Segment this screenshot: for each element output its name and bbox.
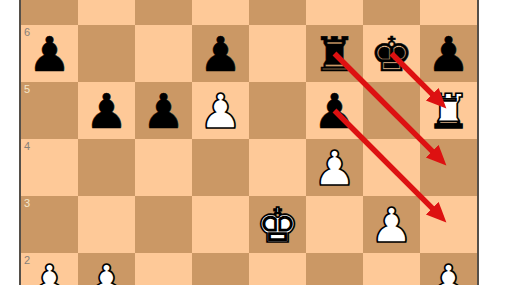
square-b2[interactable]: ♟ xyxy=(78,253,135,285)
square-c7[interactable] xyxy=(135,0,192,25)
square-g6[interactable]: ♚ xyxy=(363,25,420,82)
black-pawn[interactable]: ♟ xyxy=(78,82,135,139)
square-c3[interactable] xyxy=(135,196,192,253)
chess-board: 6♟♟♜♚♟5♟♟♟♟♜4♟3♚♟2♟♟♟ xyxy=(19,0,479,285)
rank-label-5: 5 xyxy=(24,83,30,95)
square-h2[interactable]: ♟ xyxy=(420,253,477,285)
square-a6[interactable]: 6♟ xyxy=(21,25,78,82)
board-grid: 6♟♟♜♚♟5♟♟♟♟♜4♟3♚♟2♟♟♟ xyxy=(21,0,477,285)
square-f6[interactable]: ♜ xyxy=(306,25,363,82)
square-a4[interactable]: 4 xyxy=(21,139,78,196)
square-b4[interactable] xyxy=(78,139,135,196)
square-e6[interactable] xyxy=(249,25,306,82)
square-g3[interactable]: ♟ xyxy=(363,196,420,253)
white-pawn[interactable]: ♟ xyxy=(306,139,363,196)
white-pawn[interactable]: ♟ xyxy=(192,82,249,139)
square-g7[interactable] xyxy=(363,0,420,25)
square-f7[interactable] xyxy=(306,0,363,25)
square-e2[interactable] xyxy=(249,253,306,285)
square-c4[interactable] xyxy=(135,139,192,196)
square-d3[interactable] xyxy=(192,196,249,253)
square-g4[interactable] xyxy=(363,139,420,196)
black-pawn[interactable]: ♟ xyxy=(306,82,363,139)
white-rook[interactable]: ♜ xyxy=(420,82,477,139)
square-h5[interactable]: ♜ xyxy=(420,82,477,139)
square-b5[interactable]: ♟ xyxy=(78,82,135,139)
square-f5[interactable]: ♟ xyxy=(306,82,363,139)
square-d4[interactable] xyxy=(192,139,249,196)
square-c5[interactable]: ♟ xyxy=(135,82,192,139)
square-h7[interactable] xyxy=(420,0,477,25)
square-d6[interactable]: ♟ xyxy=(192,25,249,82)
black-pawn[interactable]: ♟ xyxy=(420,25,477,82)
square-c6[interactable] xyxy=(135,25,192,82)
square-g2[interactable] xyxy=(363,253,420,285)
square-h4[interactable] xyxy=(420,139,477,196)
square-f3[interactable] xyxy=(306,196,363,253)
white-pawn[interactable]: ♟ xyxy=(363,196,420,253)
square-d2[interactable] xyxy=(192,253,249,285)
white-pawn[interactable]: ♟ xyxy=(21,253,78,285)
white-king[interactable]: ♚ xyxy=(249,196,306,253)
rank-label-3: 3 xyxy=(24,197,30,209)
square-e3[interactable]: ♚ xyxy=(249,196,306,253)
square-f2[interactable] xyxy=(306,253,363,285)
black-pawn[interactable]: ♟ xyxy=(192,25,249,82)
page-background: 6♟♟♜♚♟5♟♟♟♟♜4♟3♚♟2♟♟♟ xyxy=(0,0,506,285)
square-b3[interactable] xyxy=(78,196,135,253)
square-b6[interactable] xyxy=(78,25,135,82)
square-a2[interactable]: 2♟ xyxy=(21,253,78,285)
white-pawn[interactable]: ♟ xyxy=(420,253,477,285)
square-e5[interactable] xyxy=(249,82,306,139)
square-h6[interactable]: ♟ xyxy=(420,25,477,82)
white-pawn[interactable]: ♟ xyxy=(78,253,135,285)
square-a3[interactable]: 3 xyxy=(21,196,78,253)
rank-label-4: 4 xyxy=(24,140,30,152)
square-f4[interactable]: ♟ xyxy=(306,139,363,196)
square-a7[interactable] xyxy=(21,0,78,25)
square-a5[interactable]: 5 xyxy=(21,82,78,139)
square-d5[interactable]: ♟ xyxy=(192,82,249,139)
black-rook[interactable]: ♜ xyxy=(306,25,363,82)
square-c2[interactable] xyxy=(135,253,192,285)
square-d7[interactable] xyxy=(192,0,249,25)
black-king[interactable]: ♚ xyxy=(363,25,420,82)
square-g5[interactable] xyxy=(363,82,420,139)
black-pawn[interactable]: ♟ xyxy=(135,82,192,139)
black-pawn[interactable]: ♟ xyxy=(21,25,78,82)
square-e4[interactable] xyxy=(249,139,306,196)
square-b7[interactable] xyxy=(78,0,135,25)
square-h3[interactable] xyxy=(420,196,477,253)
square-e7[interactable] xyxy=(249,0,306,25)
